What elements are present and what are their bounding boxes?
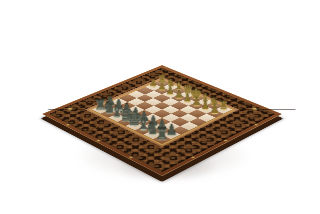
scene-3d: ♜♞♝♛♚♝♞♜♟♟♟♟♟♟♟♟♟♟♟♟♟♟♟♟♜♞♝♛♚♝♞♜ [0,0,320,214]
brass-stud-icon [223,140,227,142]
brass-stud-icon [191,156,196,158]
brass-stud-icon [96,140,100,142]
product-photo: ♜♞♝♛♚♝♞♜♟♟♟♟♟♟♟♟♟♟♟♟♟♟♟♟♜♞♝♛♚♝♞♜ [0,0,320,214]
brass-stud-icon [66,124,70,126]
brass-stud-icon [129,156,134,158]
piece-glyph: ♜ [155,126,168,141]
brass-stud-icon [254,124,258,126]
chess-board: ♜♞♝♛♚♝♞♜♟♟♟♟♟♟♟♟♟♟♟♟♟♟♟♟♜♞♝♛♚♝♞♜ [42,65,282,176]
